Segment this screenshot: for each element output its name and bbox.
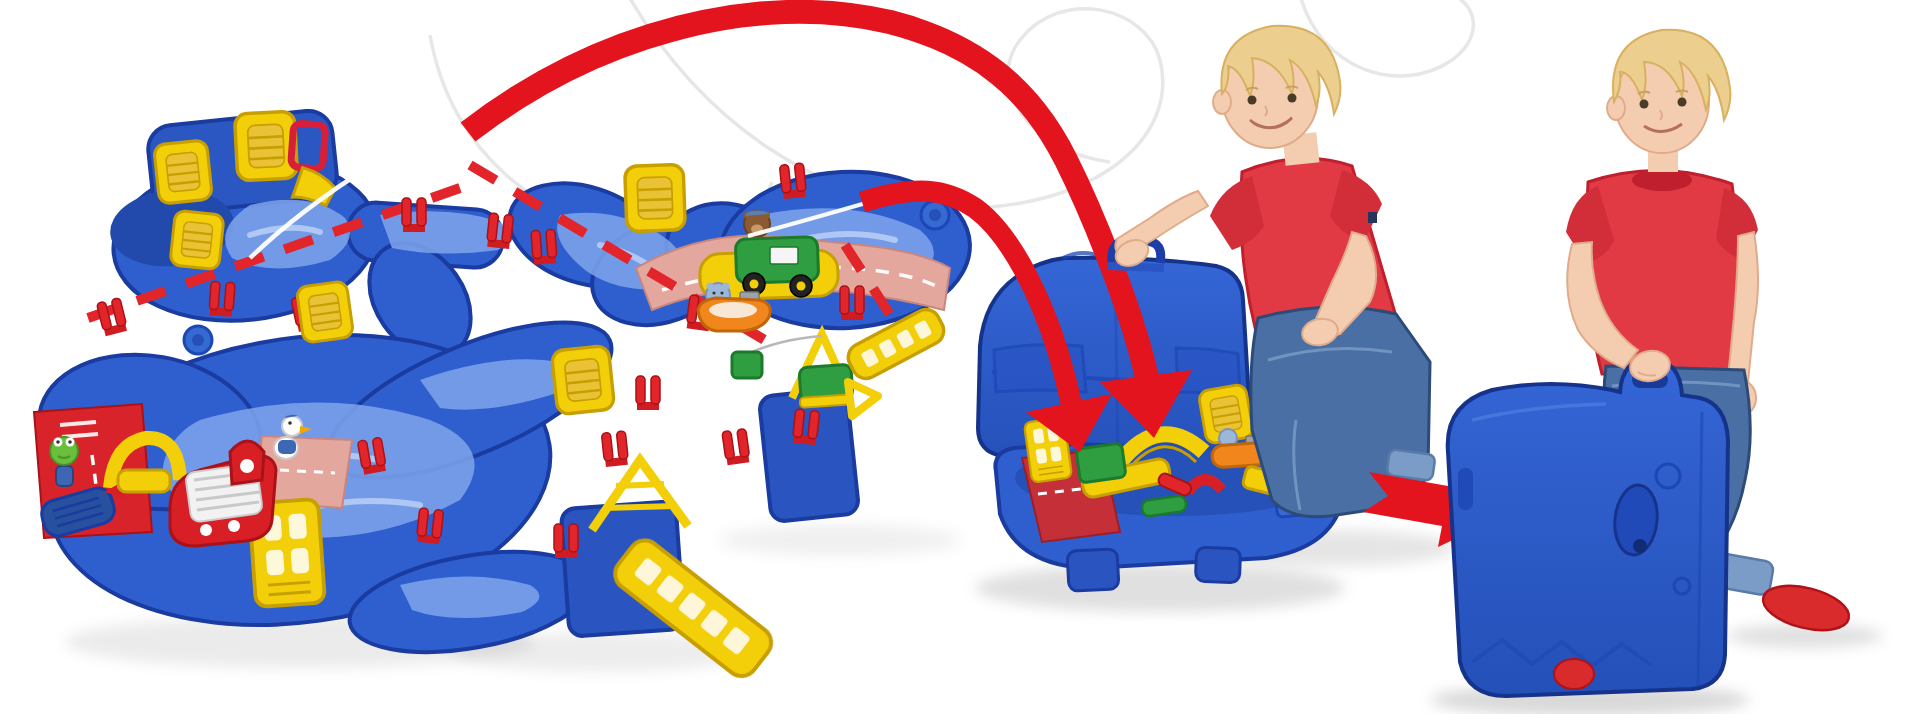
- sluice-gate: [296, 281, 354, 344]
- scene-svg: [0, 0, 1920, 714]
- collar: [1632, 169, 1692, 191]
- closed-case-shell: [1448, 358, 1728, 696]
- sluice-gate: [551, 345, 614, 414]
- playset: [27, 109, 974, 683]
- product-photo: [0, 0, 1920, 714]
- molded-eyelet: [184, 326, 212, 354]
- sleeve-tag: [1368, 212, 1377, 223]
- case-foot: [1195, 547, 1240, 583]
- sluice-gate: [154, 140, 213, 204]
- jeans-cuff: [1386, 449, 1435, 481]
- sluice-gate: [170, 210, 224, 270]
- sluice-gate: [234, 111, 297, 181]
- crane-with-bucket: [732, 334, 853, 408]
- side-latch: [1458, 468, 1473, 510]
- molded-eyelet: [921, 201, 949, 229]
- hidden-red-sock: [1554, 659, 1594, 689]
- sluice-gate: [625, 164, 686, 231]
- case-foot: [1067, 549, 1119, 592]
